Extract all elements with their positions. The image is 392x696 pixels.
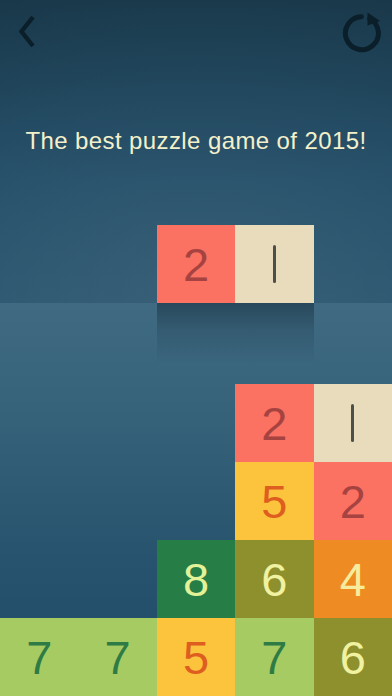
tile-2: 2 bbox=[235, 384, 313, 462]
banner-text: The best puzzle game of 2015! bbox=[0, 127, 392, 155]
tile-number: 6 bbox=[340, 634, 366, 681]
tile-number: 7 bbox=[261, 634, 287, 681]
tile-7: 7 bbox=[78, 618, 156, 696]
restart-arrow-icon bbox=[341, 11, 387, 61]
game-screen: The best puzzle game of 2015! 2 25286477… bbox=[0, 0, 392, 696]
tile-number: 5 bbox=[261, 478, 287, 525]
piece-drop-shadow bbox=[157, 303, 314, 363]
tile-number: 2 bbox=[183, 241, 209, 288]
tile-number: 4 bbox=[340, 556, 366, 603]
tile-8: 8 bbox=[157, 540, 235, 618]
falling-piece[interactable]: 2 bbox=[157, 225, 314, 303]
tile-4: 4 bbox=[314, 540, 392, 618]
restart-button[interactable] bbox=[340, 12, 388, 60]
tile-7: 7 bbox=[0, 618, 78, 696]
tile-number: 7 bbox=[105, 634, 131, 681]
tile-1 bbox=[314, 384, 392, 462]
tile-number: 2 bbox=[261, 400, 287, 447]
tile-number: 2 bbox=[340, 478, 366, 525]
digit-1-bar bbox=[351, 404, 354, 442]
tile-7: 7 bbox=[235, 618, 313, 696]
tile-number: 7 bbox=[26, 634, 52, 681]
tile-6: 6 bbox=[314, 618, 392, 696]
tile-1[interactable] bbox=[235, 225, 313, 303]
tile-number: 5 bbox=[183, 634, 209, 681]
tile-6: 6 bbox=[235, 540, 313, 618]
board-stack: 25286477576 bbox=[0, 384, 392, 696]
chevron-left-icon bbox=[19, 15, 35, 53]
tile-number: 6 bbox=[261, 556, 287, 603]
tile-5: 5 bbox=[157, 618, 235, 696]
top-bar bbox=[0, 0, 392, 64]
back-button[interactable] bbox=[10, 12, 44, 56]
digit-1-bar bbox=[273, 245, 276, 283]
tile-5: 5 bbox=[235, 462, 313, 540]
tile-2: 2 bbox=[314, 462, 392, 540]
tile-number: 8 bbox=[183, 556, 209, 603]
tile-2[interactable]: 2 bbox=[157, 225, 235, 303]
